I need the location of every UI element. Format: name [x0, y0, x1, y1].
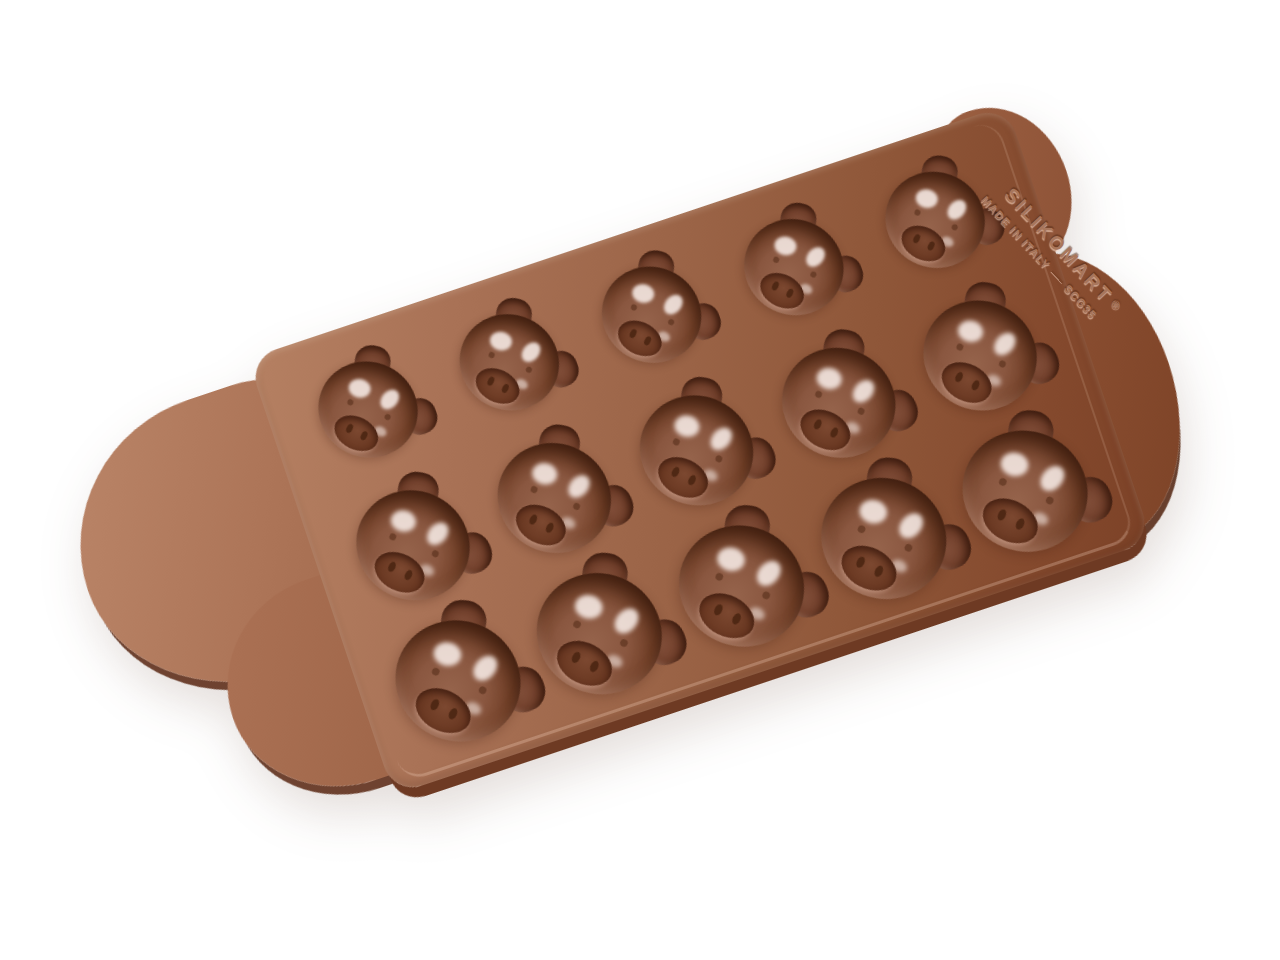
- pig-face: [337, 471, 488, 619]
- pig-nostril-right: [545, 522, 556, 535]
- pig-eye-right: [903, 543, 913, 553]
- pig-eye-left: [572, 619, 582, 629]
- pig-eye-right: [619, 638, 629, 648]
- pig-nostril-left: [954, 371, 965, 384]
- pig-snout: [793, 402, 856, 458]
- pig-eye-right: [761, 591, 771, 601]
- pig-nostril-right: [447, 707, 459, 721]
- pig-snout: [833, 537, 903, 599]
- pig-nostril-right: [686, 474, 697, 487]
- pig-eye-right: [1045, 496, 1055, 506]
- pig-nostril-left: [996, 508, 1008, 522]
- pig-nostril-right: [588, 659, 600, 673]
- pig-eye-left: [998, 476, 1008, 486]
- pig-nostril-left: [854, 555, 866, 569]
- pig-snout: [935, 354, 998, 410]
- pig-eye-left: [772, 256, 780, 264]
- specular-highlight: [422, 519, 452, 550]
- pig-snout: [509, 497, 572, 553]
- pig-nostril-left: [628, 329, 637, 340]
- pig-snout: [368, 544, 431, 600]
- pig-snout: [975, 490, 1045, 552]
- pig-eye-left: [388, 532, 397, 541]
- pig-nostril-left: [386, 561, 397, 574]
- pig-face: [869, 155, 1001, 285]
- specular-highlight: [802, 244, 829, 271]
- pig-eye-left: [814, 390, 823, 399]
- specular-highlight: [660, 292, 687, 319]
- specular-highlight: [610, 604, 644, 638]
- pig-eye-left: [672, 437, 681, 446]
- pig-cavity: [337, 468, 495, 622]
- pig-eye-left: [530, 485, 539, 494]
- pig-nostril-right: [403, 569, 414, 582]
- pig-snout: [408, 680, 478, 742]
- pig-cavity: [869, 152, 1007, 287]
- pig-eye-left: [714, 571, 724, 581]
- specular-highlight: [672, 413, 701, 439]
- specular-highlight: [573, 592, 605, 621]
- pig-nostril-left: [428, 698, 440, 712]
- pig-cavity: [479, 420, 637, 574]
- pig-cavity: [586, 247, 724, 382]
- pig-face: [763, 329, 914, 477]
- pig-nostril-right: [785, 288, 794, 299]
- pig-nostril-right: [970, 379, 981, 392]
- pig-cavity: [763, 325, 921, 479]
- pig-nostril-left: [712, 603, 724, 617]
- pig-eye-right: [573, 502, 582, 511]
- pig-eye-left: [630, 304, 638, 312]
- pig-eye-right: [714, 455, 723, 464]
- pig-nostril-left: [912, 234, 921, 245]
- pig-nostril-left: [345, 424, 354, 435]
- pig-eye-right: [431, 550, 440, 559]
- pig-snout: [328, 409, 383, 458]
- pig-eye-left: [914, 209, 922, 217]
- specular-highlight: [631, 282, 656, 305]
- specular-highlight: [944, 197, 971, 224]
- pig-face: [302, 345, 434, 475]
- specular-highlight: [956, 318, 985, 344]
- specular-highlight: [489, 330, 514, 353]
- pig-eye-right: [526, 366, 534, 374]
- specular-highlight: [531, 461, 560, 487]
- specular-highlight: [848, 376, 878, 407]
- pig-nostril-right: [927, 241, 936, 252]
- pig-eye-right: [809, 271, 817, 279]
- pig-nostril-right: [872, 564, 884, 578]
- specular-highlight: [990, 329, 1020, 360]
- product-photo: SILIKOMART® MADE IN ITALY SCG35: [0, 0, 1280, 960]
- pig-eye-left: [488, 351, 496, 359]
- pig-snout: [754, 267, 809, 316]
- specular-highlight: [857, 497, 889, 526]
- specular-highlight: [518, 339, 545, 366]
- pig-nostril-left: [670, 466, 681, 479]
- specular-highlight: [715, 545, 747, 574]
- pig-eye-right: [384, 414, 392, 422]
- pig-nostril-right: [1014, 517, 1026, 531]
- pig-nostril-right: [501, 383, 510, 394]
- pig-face: [727, 203, 859, 333]
- pig-nostril-right: [643, 336, 652, 347]
- specular-highlight: [1036, 461, 1070, 495]
- specular-highlight: [468, 651, 502, 685]
- specular-highlight: [752, 556, 786, 590]
- pig-snout: [692, 585, 762, 647]
- pig-snout: [550, 632, 620, 694]
- pig-nostril-right: [730, 612, 742, 626]
- emboss-separator: [1051, 270, 1063, 283]
- specular-highlight: [914, 187, 939, 210]
- pig-face: [479, 424, 630, 572]
- pig-face: [621, 376, 772, 524]
- specular-highlight: [706, 424, 736, 455]
- pig-snout: [612, 314, 667, 363]
- pig-nostril-left: [487, 376, 496, 387]
- pig-nostril-right: [828, 427, 839, 440]
- pig-eye-right: [856, 407, 865, 416]
- pig-nostril-left: [528, 513, 539, 526]
- pig-eye-right: [998, 360, 1007, 369]
- specular-highlight: [389, 508, 418, 534]
- specular-highlight: [772, 235, 797, 258]
- pig-face: [586, 250, 718, 380]
- pig-eye-right: [951, 224, 959, 232]
- pig-nostril-left: [570, 650, 582, 664]
- specular-highlight: [999, 450, 1031, 479]
- specular-highlight: [814, 366, 843, 392]
- pig-cavity: [905, 278, 1063, 432]
- pig-snout: [651, 449, 714, 505]
- pig-cavity: [621, 373, 779, 527]
- cavity-grid: [277, 128, 1122, 771]
- specular-highlight: [347, 377, 372, 400]
- pig-eye-left: [856, 524, 866, 534]
- specular-highlight: [376, 387, 403, 414]
- pig-snout: [896, 219, 951, 268]
- pig-nostril-left: [812, 418, 823, 431]
- pig-eye-left: [431, 666, 441, 676]
- pig-cavity: [302, 342, 440, 477]
- specular-highlight: [564, 471, 594, 502]
- specular-highlight: [431, 639, 463, 668]
- specular-highlight: [894, 509, 928, 543]
- pig-eye-left: [956, 342, 965, 351]
- pig-eye-right: [667, 319, 675, 327]
- pig-nostril-left: [770, 281, 779, 292]
- pig-eye-left: [346, 398, 354, 406]
- pig-face: [905, 281, 1056, 429]
- pig-face: [444, 298, 576, 428]
- pig-cavity: [727, 200, 865, 335]
- pig-snout: [470, 362, 525, 411]
- pig-eye-right: [477, 686, 487, 696]
- pig-nostril-right: [359, 431, 368, 442]
- pig-cavity: [444, 295, 582, 430]
